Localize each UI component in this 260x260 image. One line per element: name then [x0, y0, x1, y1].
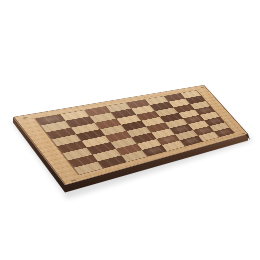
frame-corner-plug: [241, 133, 245, 135]
product-photo-stage: [0, 0, 260, 260]
frame-corner-plug: [70, 179, 76, 182]
frame-corner-plug: [21, 117, 27, 119]
frame-corner-plug: [200, 87, 204, 88]
